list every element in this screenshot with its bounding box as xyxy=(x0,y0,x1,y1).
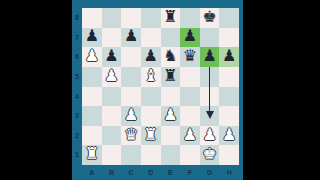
square-b4[interactable] xyxy=(102,87,122,107)
square-c2[interactable]: ♛ xyxy=(121,126,141,146)
square-f2[interactable]: ♟ xyxy=(180,126,200,146)
square-c3[interactable]: ♟ xyxy=(121,106,141,126)
square-e8[interactable]: ♜ xyxy=(161,8,181,28)
square-b6[interactable]: ♟ xyxy=(102,47,122,67)
black-king-g8: ♚ xyxy=(202,9,216,25)
file-label-b: B xyxy=(102,165,122,180)
square-c5[interactable] xyxy=(121,67,141,87)
square-a1[interactable]: ♜ xyxy=(82,145,102,165)
square-e1[interactable] xyxy=(161,145,181,165)
rank-label-4: 4 xyxy=(72,87,82,107)
file-labels: ABCDEFGH xyxy=(82,165,239,180)
square-a8[interactable] xyxy=(82,8,102,28)
square-f3[interactable] xyxy=(180,106,200,126)
chess-board[interactable]: ♜♚♟♟♟♟♟♟♞♛♟♟♟♝♜♟♟♛♜♟♟♟♜♚ xyxy=(82,8,239,165)
rank-label-7: 7 xyxy=(72,28,82,48)
square-a2[interactable] xyxy=(82,126,102,146)
square-h2[interactable]: ♟ xyxy=(219,126,239,146)
rank-label-5: 5 xyxy=(72,67,82,87)
white-queen-c2: ♛ xyxy=(124,127,138,143)
square-c1[interactable] xyxy=(121,145,141,165)
black-pawn-f7: ♟ xyxy=(183,28,197,44)
video-frame: 87654321 ♜♚♟♟♟♟♟♟♞♛♟♟♟♝♜♟♟♛♜♟♟♟♜♚ ABCDEF… xyxy=(0,0,320,180)
white-pawn-b5: ♟ xyxy=(104,68,118,84)
square-d5[interactable]: ♝ xyxy=(141,67,161,87)
square-e4[interactable] xyxy=(161,87,181,107)
square-g1[interactable]: ♚ xyxy=(200,145,220,165)
square-f5[interactable] xyxy=(180,67,200,87)
white-king-g1: ♚ xyxy=(202,146,216,162)
square-h6[interactable]: ♟ xyxy=(219,47,239,67)
file-label-a: A xyxy=(82,165,102,180)
square-e7[interactable] xyxy=(161,28,181,48)
black-pawn-a7: ♟ xyxy=(85,28,99,44)
white-pawn-h2: ♟ xyxy=(222,127,236,143)
white-pawn-c3: ♟ xyxy=(124,107,138,123)
square-e2[interactable] xyxy=(161,126,181,146)
square-a6[interactable]: ♟ xyxy=(82,47,102,67)
square-h5[interactable] xyxy=(219,67,239,87)
square-a3[interactable] xyxy=(82,106,102,126)
square-g7[interactable] xyxy=(200,28,220,48)
file-label-f: F xyxy=(180,165,200,180)
square-b7[interactable] xyxy=(102,28,122,48)
square-g6[interactable]: ♟ xyxy=(200,47,220,67)
square-c7[interactable]: ♟ xyxy=(121,28,141,48)
square-h3[interactable] xyxy=(219,106,239,126)
square-b1[interactable] xyxy=(102,145,122,165)
square-g4[interactable] xyxy=(200,87,220,107)
rank-label-8: 8 xyxy=(72,8,82,28)
black-pawn-b6: ♟ xyxy=(104,48,118,64)
square-c4[interactable] xyxy=(121,87,141,107)
rank-labels: 87654321 xyxy=(72,8,82,165)
black-pawn-c7: ♟ xyxy=(124,28,138,44)
square-b5[interactable]: ♟ xyxy=(102,67,122,87)
black-queen-f6: ♛ xyxy=(183,48,197,64)
white-pawn-a6: ♟ xyxy=(85,48,99,64)
square-g3[interactable] xyxy=(200,106,220,126)
rank-label-1: 1 xyxy=(72,145,82,165)
square-e6[interactable]: ♞ xyxy=(161,47,181,67)
square-g5[interactable] xyxy=(200,67,220,87)
square-c6[interactable] xyxy=(121,47,141,67)
white-pawn-f2: ♟ xyxy=(183,127,197,143)
square-a7[interactable]: ♟ xyxy=(82,28,102,48)
square-f4[interactable] xyxy=(180,87,200,107)
black-pawn-g6: ♟ xyxy=(202,48,216,64)
square-g8[interactable]: ♚ xyxy=(200,8,220,28)
square-d7[interactable] xyxy=(141,28,161,48)
square-d2[interactable]: ♜ xyxy=(141,126,161,146)
square-b2[interactable] xyxy=(102,126,122,146)
rank-label-3: 3 xyxy=(72,106,82,126)
file-label-d: D xyxy=(141,165,161,180)
square-f8[interactable] xyxy=(180,8,200,28)
square-h4[interactable] xyxy=(219,87,239,107)
square-g2[interactable]: ♟ xyxy=(200,126,220,146)
white-rook-d2: ♜ xyxy=(144,127,158,143)
square-h8[interactable] xyxy=(219,8,239,28)
square-f1[interactable] xyxy=(180,145,200,165)
square-d1[interactable] xyxy=(141,145,161,165)
square-d8[interactable] xyxy=(141,8,161,28)
square-h1[interactable] xyxy=(219,145,239,165)
black-pawn-d6: ♟ xyxy=(144,48,158,64)
black-rook-e5: ♜ xyxy=(163,68,177,84)
file-label-c: C xyxy=(121,165,141,180)
black-knight-e6: ♞ xyxy=(163,48,177,64)
square-c8[interactable] xyxy=(121,8,141,28)
square-a5[interactable] xyxy=(82,67,102,87)
black-rook-e8: ♜ xyxy=(163,9,177,25)
square-d3[interactable] xyxy=(141,106,161,126)
white-bishop-d5: ♝ xyxy=(144,68,158,84)
file-label-g: G xyxy=(200,165,220,180)
file-label-h: H xyxy=(219,165,239,180)
square-b8[interactable] xyxy=(102,8,122,28)
square-f7[interactable]: ♟ xyxy=(180,28,200,48)
white-pawn-e3: ♟ xyxy=(163,107,177,123)
square-d6[interactable]: ♟ xyxy=(141,47,161,67)
square-e3[interactable]: ♟ xyxy=(161,106,181,126)
rank-label-2: 2 xyxy=(72,126,82,146)
square-b3[interactable] xyxy=(102,106,122,126)
square-h7[interactable] xyxy=(219,28,239,48)
square-a4[interactable] xyxy=(82,87,102,107)
file-label-e: E xyxy=(161,165,181,180)
white-pawn-g2: ♟ xyxy=(202,127,216,143)
rank-label-6: 6 xyxy=(72,47,82,67)
chessboard-panel: 87654321 ♜♚♟♟♟♟♟♟♞♛♟♟♟♝♜♟♟♛♜♟♟♟♜♚ ABCDEF… xyxy=(72,0,243,180)
black-pawn-h6: ♟ xyxy=(222,48,236,64)
square-f6[interactable]: ♛ xyxy=(180,47,200,67)
square-d4[interactable] xyxy=(141,87,161,107)
white-rook-a1: ♜ xyxy=(85,146,99,162)
square-e5[interactable]: ♜ xyxy=(161,67,181,87)
